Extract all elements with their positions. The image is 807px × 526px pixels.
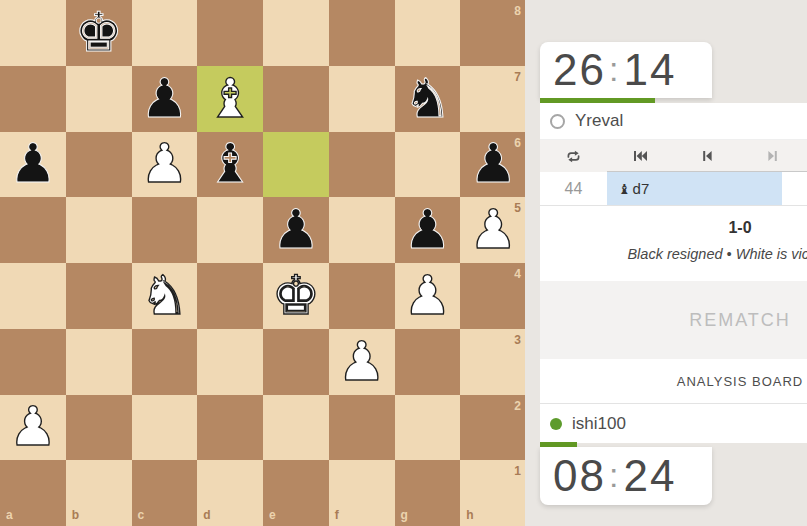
- prev-icon: [699, 148, 715, 164]
- square-h1[interactable]: 1h: [460, 460, 526, 526]
- square-a7[interactable]: [0, 66, 66, 132]
- move-44-white[interactable]: ♝ d7: [607, 172, 782, 205]
- square-a2[interactable]: ♟: [0, 395, 66, 461]
- square-e4[interactable]: ♚: [263, 263, 329, 329]
- coord-rank-2: 2: [514, 400, 521, 412]
- piece-white-king[interactable]: ♚: [263, 263, 329, 329]
- square-d6[interactable]: ♝: [197, 132, 263, 198]
- square-c8[interactable]: [132, 0, 198, 66]
- square-f5[interactable]: [329, 197, 395, 263]
- square-b8[interactable]: ♚: [66, 0, 132, 66]
- square-g4[interactable]: ♟: [395, 263, 461, 329]
- square-c4[interactable]: ♞: [132, 263, 198, 329]
- right-panel: 26:14 Yreval 44 ♝ d7 1-0 Black resigned …: [525, 0, 807, 526]
- square-c1[interactable]: c: [132, 460, 198, 526]
- piece-black-pawn[interactable]: ♟: [263, 197, 329, 263]
- move-list-row: 44 ♝ d7: [540, 172, 807, 206]
- piece-white-pawn[interactable]: ♟: [460, 197, 526, 263]
- square-g2[interactable]: [395, 395, 461, 461]
- square-g3[interactable]: [395, 329, 461, 395]
- piece-black-pawn[interactable]: ♟: [395, 197, 461, 263]
- coord-file-b: b: [72, 509, 79, 521]
- square-b4[interactable]: [66, 263, 132, 329]
- bishop-figurine-icon: ♝: [618, 181, 631, 197]
- square-h6[interactable]: 6♟: [460, 132, 526, 198]
- coord-file-c: c: [138, 509, 145, 521]
- piece-black-pawn[interactable]: ♟: [460, 132, 526, 198]
- square-h3[interactable]: 3: [460, 329, 526, 395]
- game-side-sheet: Yreval 44 ♝ d7 1-0 Black resigned • Whit…: [540, 103, 807, 443]
- top-player-status-dot: [550, 114, 565, 129]
- piece-white-pawn[interactable]: ♟: [395, 263, 461, 329]
- square-d8[interactable]: [197, 0, 263, 66]
- square-d7[interactable]: ♝: [197, 66, 263, 132]
- square-f6[interactable]: [329, 132, 395, 198]
- coord-rank-3: 3: [514, 334, 521, 346]
- coord-rank-1: 1: [514, 465, 521, 477]
- bottom-player[interactable]: ishi100: [540, 404, 807, 443]
- next-move-button[interactable]: [740, 140, 807, 172]
- piece-black-king[interactable]: ♚: [66, 0, 132, 66]
- square-g6[interactable]: [395, 132, 461, 198]
- piece-black-pawn[interactable]: ♟: [132, 66, 198, 132]
- square-d3[interactable]: [197, 329, 263, 395]
- clock-digits: 26: [553, 45, 606, 94]
- top-player[interactable]: Yreval: [540, 103, 807, 140]
- square-e7[interactable]: [263, 66, 329, 132]
- square-f7[interactable]: [329, 66, 395, 132]
- piece-white-knight[interactable]: ♞: [132, 263, 198, 329]
- square-h8[interactable]: 8: [460, 0, 526, 66]
- square-g5[interactable]: ♟: [395, 197, 461, 263]
- clock-digits: 08: [553, 451, 606, 500]
- coord-file-a: a: [6, 509, 13, 521]
- top-player-name: Yreval: [575, 111, 623, 131]
- square-d5[interactable]: [197, 197, 263, 263]
- bottom-player-status-dot: [550, 418, 562, 430]
- square-f3[interactable]: ♟: [329, 329, 395, 395]
- square-c3[interactable]: [132, 329, 198, 395]
- square-d4[interactable]: [197, 263, 263, 329]
- square-h7[interactable]: 7: [460, 66, 526, 132]
- square-b5[interactable]: [66, 197, 132, 263]
- square-e6[interactable]: [263, 132, 329, 198]
- square-d2[interactable]: [197, 395, 263, 461]
- square-g8[interactable]: [395, 0, 461, 66]
- chess-board: ♚8♟♝♞7♟♟♝6♟♟♟5♟♞♚♟4♟3♟2abcdefg1h: [0, 0, 526, 526]
- coord-rank-4: 4: [514, 268, 521, 280]
- square-f2[interactable]: [329, 395, 395, 461]
- coord-file-f: f: [335, 509, 339, 521]
- move-number: 44: [540, 172, 607, 205]
- analysis-board-button[interactable]: ANALYSIS BOARD: [540, 359, 807, 404]
- square-a6[interactable]: ♟: [0, 132, 66, 198]
- square-f1[interactable]: f: [329, 460, 395, 526]
- square-h2[interactable]: 2: [460, 395, 526, 461]
- square-f4[interactable]: [329, 263, 395, 329]
- coord-file-g: g: [401, 509, 408, 521]
- clock-digits: 14: [623, 45, 676, 94]
- clock-digits: :: [606, 50, 623, 88]
- square-h4[interactable]: 4: [460, 263, 526, 329]
- square-c7[interactable]: ♟: [132, 66, 198, 132]
- piece-white-bishop[interactable]: ♝: [197, 66, 263, 132]
- game-result: 1-0: [540, 206, 807, 237]
- bottom-clock: 08:24: [540, 447, 712, 505]
- square-a3[interactable]: [0, 329, 66, 395]
- previous-move-button[interactable]: [673, 140, 740, 172]
- result-status-text: Black resigned • White is victorious: [540, 246, 807, 262]
- bottom-player-name: ishi100: [572, 414, 626, 434]
- square-e8[interactable]: [263, 0, 329, 66]
- move-controls-toolbar: [540, 140, 807, 172]
- piece-black-knight[interactable]: ♞: [395, 66, 461, 132]
- square-a8[interactable]: [0, 0, 66, 66]
- square-b7[interactable]: [66, 66, 132, 132]
- square-f8[interactable]: [329, 0, 395, 66]
- square-d1[interactable]: d: [197, 460, 263, 526]
- first-move-button[interactable]: [607, 140, 674, 172]
- top-clock: 26:14: [540, 42, 712, 98]
- square-a4[interactable]: [0, 263, 66, 329]
- piece-black-bishop[interactable]: ♝: [197, 132, 263, 198]
- square-g7[interactable]: ♞: [395, 66, 461, 132]
- next-icon: [765, 148, 781, 164]
- piece-black-pawn[interactable]: ♟: [0, 132, 66, 198]
- square-a1[interactable]: a: [0, 460, 66, 526]
- coord-rank-8: 8: [514, 5, 521, 17]
- coord-file-d: d: [203, 509, 210, 521]
- square-b2[interactable]: [66, 395, 132, 461]
- clock-digits: :: [606, 456, 623, 494]
- piece-white-pawn[interactable]: ♟: [132, 132, 198, 198]
- first-icon: [632, 148, 648, 164]
- coord-file-e: e: [269, 509, 276, 521]
- square-c6[interactable]: ♟: [132, 132, 198, 198]
- square-h5[interactable]: 5♟: [460, 197, 526, 263]
- square-b6[interactable]: [66, 132, 132, 198]
- square-a5[interactable]: [0, 197, 66, 263]
- cycle-icon: [565, 148, 582, 165]
- square-e1[interactable]: e: [263, 460, 329, 526]
- cycle-button[interactable]: [540, 140, 607, 172]
- square-e5[interactable]: ♟: [263, 197, 329, 263]
- clock-digits: 24: [623, 451, 676, 500]
- coord-file-h: h: [466, 509, 473, 521]
- piece-white-pawn[interactable]: ♟: [329, 329, 395, 395]
- move-text: d7: [633, 180, 650, 197]
- square-g1[interactable]: g: [395, 460, 461, 526]
- rematch-button[interactable]: REMATCH: [540, 281, 807, 359]
- square-e2[interactable]: [263, 395, 329, 461]
- square-c2[interactable]: [132, 395, 198, 461]
- square-c5[interactable]: [132, 197, 198, 263]
- square-e3[interactable]: [263, 329, 329, 395]
- result-block: 1-0 Black resigned • White is victorious: [540, 206, 807, 281]
- square-b3[interactable]: [66, 329, 132, 395]
- piece-white-pawn[interactable]: ♟: [0, 395, 66, 461]
- coord-rank-7: 7: [514, 71, 521, 83]
- square-b1[interactable]: b: [66, 460, 132, 526]
